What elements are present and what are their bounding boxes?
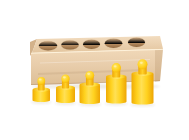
photo-canvas (0, 0, 189, 140)
knob-ball (61, 75, 69, 83)
knob-ball (85, 71, 94, 80)
knob-highlight (114, 65, 117, 67)
cylinder-bottom (80, 101, 101, 105)
socket-1 (39, 41, 57, 50)
knob-highlight (63, 76, 66, 78)
cylinder-bottom (132, 101, 154, 105)
knob-ball (37, 77, 45, 85)
scene-svg (0, 0, 189, 140)
knob-highlight (140, 62, 143, 64)
cylinder-bottom (106, 100, 127, 104)
socket-5 (128, 38, 145, 47)
cylinder-bottom (56, 100, 75, 104)
cylinder-body (106, 77, 127, 103)
knob-ball (112, 63, 121, 72)
knob-highlight (39, 78, 42, 80)
cylinder-body (80, 85, 101, 103)
cylinder-bottom (33, 99, 51, 103)
socket-2 (61, 40, 79, 49)
block-right-end (155, 49, 163, 82)
socket-4 (105, 39, 123, 48)
socket-3 (83, 40, 100, 49)
cylinder-body (132, 74, 154, 104)
knob-highlight (87, 73, 90, 75)
knob-ball (138, 59, 148, 69)
